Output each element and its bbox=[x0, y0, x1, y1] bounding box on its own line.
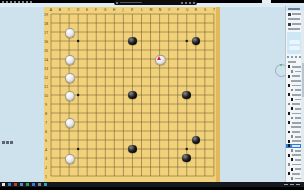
text-blur bbox=[292, 85, 302, 87]
white-move-icon bbox=[291, 149, 294, 152]
text-blur bbox=[292, 145, 300, 147]
black-move-icon bbox=[291, 168, 294, 171]
black-move-icon bbox=[288, 131, 291, 134]
text-blur bbox=[292, 164, 302, 166]
column-label: S bbox=[203, 8, 207, 10]
column-label: R bbox=[194, 8, 198, 10]
white-move-icon bbox=[288, 103, 291, 106]
floating-toolbar[interactable] bbox=[114, 0, 197, 5]
row-label: 2 bbox=[44, 166, 48, 168]
black-move-icon bbox=[288, 112, 291, 115]
taskbar-app-icon[interactable] bbox=[32, 183, 35, 186]
row-label: 12 bbox=[44, 76, 48, 78]
faint-left-marks bbox=[2, 141, 13, 144]
row-label: 19 bbox=[44, 13, 48, 15]
system-tray[interactable] bbox=[284, 184, 300, 186]
move-tree-row[interactable] bbox=[286, 176, 302, 180]
taskbar bbox=[0, 182, 304, 187]
minimize-icon[interactable] bbox=[185, 2, 187, 4]
white-move-icon bbox=[291, 117, 294, 120]
panel-button[interactable] bbox=[289, 46, 300, 50]
toolbar-title-blur bbox=[120, 2, 142, 4]
star-point bbox=[186, 148, 189, 151]
column-label: O bbox=[167, 8, 171, 10]
black-move-icon bbox=[288, 172, 291, 175]
column-label: G bbox=[103, 8, 107, 10]
column-label: J bbox=[121, 8, 125, 10]
toolbar-icon[interactable] bbox=[295, 56, 297, 58]
row-label: 11 bbox=[44, 85, 48, 87]
column-label: A bbox=[49, 8, 53, 10]
text-blur bbox=[292, 140, 302, 142]
taskbar-app-icon[interactable] bbox=[38, 183, 41, 186]
row-label: 1 bbox=[44, 175, 48, 177]
white-move-icon bbox=[291, 89, 294, 92]
text-blur bbox=[292, 131, 300, 133]
row-label: 10 bbox=[44, 94, 48, 96]
column-label: K bbox=[130, 8, 134, 10]
column-label: T bbox=[212, 8, 216, 10]
black-move-icon bbox=[288, 65, 291, 68]
text-blur bbox=[288, 18, 300, 20]
tool-icon bbox=[288, 13, 291, 16]
row-label: 6 bbox=[44, 130, 48, 132]
black-move-icon bbox=[288, 75, 291, 78]
row-label: 17 bbox=[44, 31, 48, 33]
text-blur bbox=[292, 75, 300, 77]
text-blur bbox=[292, 94, 302, 96]
taskbar-app-icon[interactable] bbox=[14, 183, 17, 186]
column-label: N bbox=[157, 8, 161, 10]
white-move-icon bbox=[288, 163, 291, 166]
taskbar-app-icon[interactable] bbox=[44, 183, 47, 186]
row-label: 3 bbox=[44, 157, 48, 159]
row-label: 7 bbox=[44, 121, 48, 123]
column-label: F bbox=[94, 8, 98, 10]
white-move-icon bbox=[291, 135, 294, 138]
maximize-icon[interactable] bbox=[189, 2, 191, 4]
black-move-icon bbox=[291, 98, 294, 101]
black-move-icon bbox=[291, 107, 294, 110]
column-label: L bbox=[139, 8, 143, 10]
text-blur bbox=[288, 61, 296, 63]
black-move-icon bbox=[291, 158, 294, 161]
star-point bbox=[77, 40, 80, 43]
black-stone[interactable] bbox=[128, 145, 137, 154]
column-label: H bbox=[112, 8, 116, 10]
toolbar-icon[interactable] bbox=[287, 56, 289, 58]
text-blur bbox=[292, 173, 300, 175]
scrollbar-thumb[interactable] bbox=[302, 63, 304, 97]
panel-button[interactable] bbox=[289, 40, 300, 44]
text-blur bbox=[292, 122, 302, 124]
column-label: D bbox=[76, 8, 80, 10]
black-move-icon bbox=[288, 140, 291, 143]
row-label: 13 bbox=[44, 67, 48, 69]
star-point bbox=[77, 94, 80, 97]
app-icon bbox=[116, 2, 118, 4]
column-label: M bbox=[148, 8, 152, 10]
row-label: 18 bbox=[44, 22, 48, 24]
white-move-icon bbox=[291, 177, 294, 180]
start-button[interactable] bbox=[2, 183, 5, 186]
black-move-icon bbox=[288, 84, 291, 87]
column-label: P bbox=[176, 8, 180, 10]
column-label: E bbox=[85, 8, 89, 10]
taskbar-app-icon[interactable] bbox=[26, 183, 29, 186]
black-move-icon bbox=[288, 93, 291, 96]
pin-icon[interactable] bbox=[181, 2, 183, 4]
black-move-icon bbox=[288, 154, 291, 157]
text-blur bbox=[291, 80, 301, 82]
row-label: 14 bbox=[44, 58, 48, 60]
toolbar-icon[interactable] bbox=[291, 56, 293, 58]
column-label: C bbox=[67, 8, 71, 10]
taskbar-app-icon[interactable] bbox=[20, 183, 23, 186]
video-frame: ABCDEFGHJKLMNOPQRST191817161514131211109… bbox=[0, 0, 304, 190]
white-move-icon bbox=[291, 70, 294, 73]
move-tree bbox=[286, 60, 302, 181]
go-board[interactable]: ABCDEFGHJKLMNOPQRST191817161514131211109… bbox=[44, 7, 220, 182]
text-blur bbox=[292, 13, 301, 15]
column-label: Q bbox=[185, 8, 189, 10]
text-blur bbox=[292, 103, 300, 105]
row-label: 15 bbox=[44, 49, 48, 51]
row-label: 4 bbox=[44, 148, 48, 150]
black-stone[interactable] bbox=[128, 91, 137, 100]
star-point bbox=[186, 40, 189, 43]
sidebar-scrollbar[interactable] bbox=[301, 11, 304, 181]
move-tree-sidebar bbox=[285, 6, 304, 185]
black-stone[interactable] bbox=[128, 37, 137, 46]
text-blur bbox=[292, 66, 302, 68]
triangle-marker bbox=[157, 56, 161, 60]
row-label: 8 bbox=[44, 112, 48, 114]
row-label: 16 bbox=[44, 40, 48, 42]
text-blur bbox=[292, 113, 302, 115]
tool-icon bbox=[288, 23, 291, 26]
text-blur bbox=[288, 28, 300, 30]
close-icon[interactable] bbox=[193, 2, 195, 4]
row-label: 5 bbox=[44, 139, 48, 141]
star-point bbox=[77, 148, 80, 151]
black-move-icon bbox=[288, 121, 291, 124]
text-blur bbox=[292, 154, 302, 156]
text-blur bbox=[292, 23, 301, 25]
go-editor-window: ABCDEFGHJKLMNOPQRST191817161514131211109… bbox=[0, 3, 304, 182]
text-blur bbox=[291, 126, 301, 128]
column-label: B bbox=[58, 8, 62, 10]
row-label: 9 bbox=[44, 103, 48, 105]
taskbar-app-icon[interactable] bbox=[8, 183, 11, 186]
black-move-icon bbox=[288, 144, 291, 147]
